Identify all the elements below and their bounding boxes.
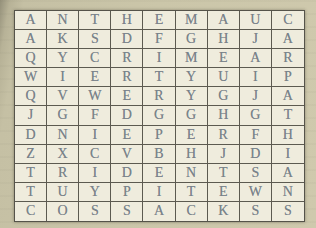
grid-cell-r9c7[interactable]: T bbox=[208, 164, 240, 183]
grid-cell-r2c1[interactable]: A bbox=[15, 30, 47, 49]
grid-cell-r1c2[interactable]: N bbox=[47, 11, 79, 30]
grid-cell-r8c1[interactable]: Z bbox=[15, 145, 47, 164]
grid-cell-r7c5[interactable]: P bbox=[143, 126, 175, 145]
grid-cell-r7c2[interactable]: N bbox=[47, 126, 79, 145]
grid-cell-r2c7[interactable]: H bbox=[208, 30, 240, 49]
grid-cell-r6c7[interactable]: H bbox=[208, 106, 240, 125]
grid-cell-r5c6[interactable]: Y bbox=[176, 87, 208, 106]
grid-cell-r7c7[interactable]: R bbox=[208, 126, 240, 145]
grid-cell-r6c3[interactable]: F bbox=[79, 106, 111, 125]
grid-cell-r1c4[interactable]: H bbox=[111, 11, 143, 30]
grid-cell-r11c8[interactable]: S bbox=[240, 202, 272, 221]
grid-cell-r4c8[interactable]: I bbox=[240, 68, 272, 87]
grid-cell-r11c9[interactable]: S bbox=[272, 202, 304, 221]
grid-cell-r11c6[interactable]: C bbox=[176, 202, 208, 221]
grid-cell-r5c9[interactable]: A bbox=[272, 87, 304, 106]
grid-cell-r7c1[interactable]: D bbox=[15, 126, 47, 145]
grid-cell-r2c4[interactable]: D bbox=[111, 30, 143, 49]
grid-cell-r7c6[interactable]: E bbox=[176, 126, 208, 145]
grid-cell-r6c8[interactable]: G bbox=[240, 106, 272, 125]
grid-cell-r2c8[interactable]: J bbox=[240, 30, 272, 49]
book-page: ANTHEMAUCAKSDFGHJAQYCRIMEARWIERTYUIPQVWE… bbox=[0, 0, 316, 228]
grid-cell-r4c2[interactable]: I bbox=[47, 68, 79, 87]
grid-cell-r2c6[interactable]: G bbox=[176, 30, 208, 49]
grid-cell-r3c7[interactable]: E bbox=[208, 49, 240, 68]
grid-cell-r8c8[interactable]: D bbox=[240, 145, 272, 164]
grid-cell-r10c3[interactable]: Y bbox=[79, 183, 111, 202]
grid-cell-r3c8[interactable]: A bbox=[240, 49, 272, 68]
grid-cell-r9c4[interactable]: D bbox=[111, 164, 143, 183]
grid-cell-r9c1[interactable]: T bbox=[15, 164, 47, 183]
grid-cell-r8c6[interactable]: H bbox=[176, 145, 208, 164]
grid-cell-r3c2[interactable]: Y bbox=[47, 49, 79, 68]
grid-cell-r4c5[interactable]: T bbox=[143, 68, 175, 87]
grid-cell-r2c2[interactable]: K bbox=[47, 30, 79, 49]
grid-cell-r9c3[interactable]: I bbox=[79, 164, 111, 183]
grid-cell-r7c9[interactable]: H bbox=[272, 126, 304, 145]
grid-cell-r8c2[interactable]: X bbox=[47, 145, 79, 164]
grid-cell-r1c5[interactable]: E bbox=[143, 11, 175, 30]
grid-cell-r10c5[interactable]: I bbox=[143, 183, 175, 202]
grid-cell-r9c2[interactable]: R bbox=[47, 164, 79, 183]
grid-cell-r3c4[interactable]: R bbox=[111, 49, 143, 68]
grid-cell-r5c5[interactable]: R bbox=[143, 87, 175, 106]
grid-cell-r5c7[interactable]: G bbox=[208, 87, 240, 106]
grid-cell-r9c8[interactable]: S bbox=[240, 164, 272, 183]
grid-cell-r10c8[interactable]: W bbox=[240, 183, 272, 202]
grid-cell-r1c1[interactable]: A bbox=[15, 11, 47, 30]
grid-cell-r7c4[interactable]: E bbox=[111, 126, 143, 145]
grid-cell-r1c9[interactable]: C bbox=[272, 11, 304, 30]
grid-cell-r2c5[interactable]: F bbox=[143, 30, 175, 49]
grid-cell-r1c3[interactable]: T bbox=[79, 11, 111, 30]
grid-cell-r3c1[interactable]: Q bbox=[15, 49, 47, 68]
grid-cell-r8c5[interactable]: B bbox=[143, 145, 175, 164]
grid-cell-r6c4[interactable]: D bbox=[111, 106, 143, 125]
grid-cell-r10c4[interactable]: P bbox=[111, 183, 143, 202]
grid-cell-r5c8[interactable]: J bbox=[240, 87, 272, 106]
grid-cell-r11c3[interactable]: S bbox=[79, 202, 111, 221]
grid-cell-r5c4[interactable]: E bbox=[111, 87, 143, 106]
grid-cell-r11c2[interactable]: O bbox=[47, 202, 79, 221]
grid-cell-r6c2[interactable]: G bbox=[47, 106, 79, 125]
grid-cell-r5c2[interactable]: V bbox=[47, 87, 79, 106]
grid-cell-r3c9[interactable]: R bbox=[272, 49, 304, 68]
grid-cell-r9c9[interactable]: A bbox=[272, 164, 304, 183]
grid-cell-r8c4[interactable]: V bbox=[111, 145, 143, 164]
grid-cell-r4c6[interactable]: Y bbox=[176, 68, 208, 87]
grid-cell-r1c7[interactable]: A bbox=[208, 11, 240, 30]
grid-cell-r4c9[interactable]: P bbox=[272, 68, 304, 87]
grid-cell-r5c3[interactable]: W bbox=[79, 87, 111, 106]
grid-cell-r6c5[interactable]: G bbox=[143, 106, 175, 125]
grid-cell-r4c1[interactable]: W bbox=[15, 68, 47, 87]
grid-cell-r6c1[interactable]: J bbox=[15, 106, 47, 125]
grid-cell-r7c3[interactable]: I bbox=[79, 126, 111, 145]
grid-cell-r4c3[interactable]: E bbox=[79, 68, 111, 87]
grid-cell-r2c3[interactable]: S bbox=[79, 30, 111, 49]
grid-cell-r1c6[interactable]: M bbox=[176, 11, 208, 30]
grid-cell-r6c6[interactable]: G bbox=[176, 106, 208, 125]
grid-cell-r4c7[interactable]: U bbox=[208, 68, 240, 87]
grid-cell-r3c6[interactable]: M bbox=[176, 49, 208, 68]
grid-cell-r10c7[interactable]: E bbox=[208, 183, 240, 202]
grid-cell-r11c1[interactable]: C bbox=[15, 202, 47, 221]
grid-cell-r5c1[interactable]: Q bbox=[15, 87, 47, 106]
grid-cell-r6c9[interactable]: T bbox=[272, 106, 304, 125]
word-search-grid: ANTHEMAUCAKSDFGHJAQYCRIMEARWIERTYUIPQVWE… bbox=[14, 10, 305, 222]
grid-cell-r9c6[interactable]: N bbox=[176, 164, 208, 183]
grid-cell-r10c6[interactable]: T bbox=[176, 183, 208, 202]
grid-cell-r4c4[interactable]: R bbox=[111, 68, 143, 87]
grid-cell-r10c1[interactable]: T bbox=[15, 183, 47, 202]
grid-cell-r11c5[interactable]: A bbox=[143, 202, 175, 221]
grid-cell-r2c9[interactable]: A bbox=[272, 30, 304, 49]
grid-cell-r10c2[interactable]: U bbox=[47, 183, 79, 202]
grid-cell-r8c3[interactable]: C bbox=[79, 145, 111, 164]
grid-cell-r8c9[interactable]: I bbox=[272, 145, 304, 164]
grid-cell-r9c5[interactable]: E bbox=[143, 164, 175, 183]
grid-cell-r1c8[interactable]: U bbox=[240, 11, 272, 30]
grid-cell-r3c3[interactable]: C bbox=[79, 49, 111, 68]
grid-cell-r11c7[interactable]: K bbox=[208, 202, 240, 221]
grid-cell-r11c4[interactable]: S bbox=[111, 202, 143, 221]
grid-cell-r8c7[interactable]: J bbox=[208, 145, 240, 164]
grid-cell-r3c5[interactable]: I bbox=[143, 49, 175, 68]
grid-cell-r7c8[interactable]: F bbox=[240, 126, 272, 145]
grid-cell-r10c9[interactable]: N bbox=[272, 183, 304, 202]
